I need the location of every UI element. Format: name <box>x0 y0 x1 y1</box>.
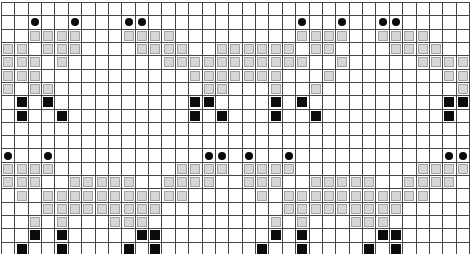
grid-cell <box>162 96 175 109</box>
grid-cell <box>82 176 95 189</box>
grid-cell <box>336 189 349 202</box>
grid-cell <box>350 16 363 29</box>
grid-cell <box>310 163 323 176</box>
gray-stitch <box>150 191 160 201</box>
gray-stitch <box>271 217 281 227</box>
grid-cell <box>203 43 216 56</box>
grid-cell <box>243 176 256 189</box>
grid-cell <box>42 3 55 16</box>
grid-cell <box>336 216 349 229</box>
grid-cell <box>390 43 403 56</box>
grid-cell <box>2 16 15 29</box>
grid-cell <box>109 16 122 29</box>
grid-cell <box>122 70 135 83</box>
grid-cell <box>229 30 242 43</box>
grid-cell <box>443 123 456 136</box>
grid-cell <box>189 3 202 16</box>
grid-cell <box>403 56 416 69</box>
black-stitch <box>190 111 200 121</box>
grid-cell <box>203 203 216 216</box>
grid-cell <box>417 43 430 56</box>
grid-cell <box>189 149 202 162</box>
grid-cell <box>243 30 256 43</box>
gray-stitch <box>97 191 107 201</box>
grid-cell <box>296 70 309 83</box>
gray-stitch <box>324 71 334 81</box>
grid-cell <box>256 163 269 176</box>
gray-stitch <box>458 164 468 174</box>
grid-cell <box>350 96 363 109</box>
gray-stitch <box>177 177 187 187</box>
grid-cell <box>430 70 443 83</box>
grid-cell <box>243 216 256 229</box>
grid-cell <box>82 189 95 202</box>
grid-cell <box>15 110 28 123</box>
grid-cell <box>203 30 216 43</box>
grid-cell <box>2 56 15 69</box>
grid-cell <box>69 70 82 83</box>
grid-cell <box>376 56 389 69</box>
grid-cell <box>376 96 389 109</box>
grid-cell <box>310 16 323 29</box>
gray-stitch <box>30 57 40 67</box>
grid-cell <box>176 70 189 83</box>
gray-stitch <box>257 177 267 187</box>
gray-stitch <box>391 31 401 41</box>
grid-cell <box>283 163 296 176</box>
grid-cell <box>29 176 42 189</box>
grid-cell <box>109 229 122 242</box>
grid-cell <box>176 163 189 176</box>
gray-stitch <box>83 191 93 201</box>
gray-stitch <box>190 57 200 67</box>
grid-cell <box>216 163 229 176</box>
grid-cell <box>82 216 95 229</box>
gray-stitch <box>271 57 281 67</box>
grid-cell <box>176 96 189 109</box>
gray-stitch <box>137 217 147 227</box>
grid-cell <box>269 96 282 109</box>
grid-cell <box>122 229 135 242</box>
grid-cell <box>15 30 28 43</box>
grid-cell <box>363 70 376 83</box>
grid-cell <box>390 83 403 96</box>
grid-cell <box>296 123 309 136</box>
grid-cell <box>417 229 430 242</box>
grid-cell <box>457 30 470 43</box>
grid-cell <box>2 163 15 176</box>
grid-cell <box>256 30 269 43</box>
grid-cell <box>229 136 242 149</box>
grid-cell <box>283 110 296 123</box>
grid-cell <box>149 123 162 136</box>
grid-cell <box>457 123 470 136</box>
grid-cell <box>323 216 336 229</box>
grid-cell <box>457 56 470 69</box>
grid-cell <box>403 149 416 162</box>
grid-cell <box>336 96 349 109</box>
grid-cell <box>269 70 282 83</box>
gray-stitch <box>351 204 361 214</box>
gray-stitch <box>110 191 120 201</box>
grid-cell <box>363 216 376 229</box>
grid-cell <box>350 110 363 123</box>
dot-mark <box>44 152 52 160</box>
dot-mark <box>459 152 467 160</box>
grid-cell <box>42 189 55 202</box>
grid-cell <box>296 203 309 216</box>
grid-cell <box>216 96 229 109</box>
grid-cell <box>256 70 269 83</box>
grid-cell <box>376 70 389 83</box>
grid-cell <box>2 216 15 229</box>
grid-cell <box>390 189 403 202</box>
grid-cell <box>417 243 430 254</box>
grid-cell <box>136 30 149 43</box>
grid-cell <box>376 110 389 123</box>
grid-cell <box>310 203 323 216</box>
gray-stitch <box>431 44 441 54</box>
grid-cell <box>136 163 149 176</box>
gray-stitch <box>70 177 80 187</box>
gray-stitch <box>17 164 27 174</box>
gray-stitch <box>17 71 27 81</box>
grid-cell <box>443 149 456 162</box>
grid-cell <box>390 123 403 136</box>
grid-cell <box>296 229 309 242</box>
grid-cell <box>256 3 269 16</box>
grid-cell <box>82 96 95 109</box>
gray-stitch <box>150 31 160 41</box>
grid-cell <box>176 149 189 162</box>
grid-cell <box>82 110 95 123</box>
grid-cell <box>269 3 282 16</box>
black-stitch <box>297 97 307 107</box>
grid-cell <box>136 243 149 254</box>
grid-cell <box>323 176 336 189</box>
gray-stitch <box>217 84 227 94</box>
grid-cell <box>149 176 162 189</box>
gray-stitch <box>164 31 174 41</box>
grid-cell <box>243 149 256 162</box>
grid-cell <box>323 136 336 149</box>
black-stitch <box>378 230 388 240</box>
grid-cell <box>15 3 28 16</box>
grid-cell <box>376 243 389 254</box>
gray-stitch <box>97 177 107 187</box>
grid-cell <box>229 203 242 216</box>
grid-cell <box>149 189 162 202</box>
gray-stitch <box>257 44 267 54</box>
grid-cell <box>430 110 443 123</box>
gray-stitch <box>204 71 214 81</box>
grid-cell <box>29 70 42 83</box>
gray-stitch <box>324 31 334 41</box>
grid-cell <box>430 123 443 136</box>
gray-stitch <box>217 57 227 67</box>
grid-cell <box>136 3 149 16</box>
gray-stitch <box>271 164 281 174</box>
grid-cell <box>269 16 282 29</box>
grid-cell <box>376 176 389 189</box>
black-stitch <box>458 97 468 107</box>
grid-cell <box>350 229 363 242</box>
dot-mark <box>205 152 213 160</box>
grid-cell <box>363 123 376 136</box>
grid-cell <box>149 110 162 123</box>
gray-stitch <box>70 31 80 41</box>
grid-cell <box>310 123 323 136</box>
grid-cell <box>310 189 323 202</box>
gray-stitch <box>30 217 40 227</box>
grid-cell <box>403 16 416 29</box>
grid-cell <box>443 176 456 189</box>
grid-cell <box>390 203 403 216</box>
grid-cell <box>55 136 68 149</box>
grid-cell <box>2 176 15 189</box>
grid-cell <box>69 110 82 123</box>
grid-cell <box>15 43 28 56</box>
grid-cell <box>42 83 55 96</box>
grid-cell <box>189 123 202 136</box>
grid-cell <box>243 96 256 109</box>
grid-cell <box>229 216 242 229</box>
grid-cell <box>310 70 323 83</box>
grid-cell <box>430 189 443 202</box>
grid-cell <box>229 149 242 162</box>
grid-cell <box>310 110 323 123</box>
grid-cell <box>296 96 309 109</box>
grid-cell <box>82 56 95 69</box>
gray-stitch <box>244 44 254 54</box>
grid-cell <box>269 43 282 56</box>
grid-cell <box>69 229 82 242</box>
grid-cell <box>310 176 323 189</box>
gray-stitch <box>30 31 40 41</box>
grid-cell <box>403 110 416 123</box>
grid-cell <box>15 176 28 189</box>
black-stitch <box>204 97 214 107</box>
grid-cell <box>203 229 216 242</box>
grid-cell <box>162 70 175 83</box>
grid-cell <box>269 163 282 176</box>
grid-cell <box>96 123 109 136</box>
grid-cell <box>443 3 456 16</box>
gray-stitch <box>217 44 227 54</box>
grid-cell <box>363 189 376 202</box>
grid-cell <box>296 56 309 69</box>
dot-mark <box>138 18 146 26</box>
gray-stitch <box>418 44 428 54</box>
grid-cell <box>430 96 443 109</box>
grid-cell <box>42 136 55 149</box>
grid-cell <box>176 43 189 56</box>
grid-cell <box>269 136 282 149</box>
grid-cell <box>29 203 42 216</box>
grid-cell <box>403 163 416 176</box>
grid-cell <box>109 149 122 162</box>
grid-cell <box>390 149 403 162</box>
grid-cell <box>363 203 376 216</box>
grid-cell <box>82 136 95 149</box>
grid-cell <box>136 149 149 162</box>
grid-cell <box>296 30 309 43</box>
grid-cell <box>15 70 28 83</box>
grid-cell <box>122 16 135 29</box>
gray-stitch <box>257 57 267 67</box>
grid-cell <box>96 110 109 123</box>
grid-cell <box>443 216 456 229</box>
grid-cell <box>363 30 376 43</box>
gray-stitch <box>297 31 307 41</box>
grid-cell <box>363 176 376 189</box>
gray-stitch <box>418 191 428 201</box>
grid-cell <box>55 229 68 242</box>
grid-cell <box>390 70 403 83</box>
grid-cell <box>176 176 189 189</box>
gray-stitch <box>137 44 147 54</box>
grid-cell <box>42 163 55 176</box>
grid-cell <box>203 16 216 29</box>
grid-cell <box>243 163 256 176</box>
black-stitch <box>57 230 67 240</box>
grid-cell <box>457 110 470 123</box>
grid-cell <box>350 56 363 69</box>
grid-cell <box>122 3 135 16</box>
black-stitch <box>271 111 281 121</box>
gray-stitch <box>444 57 454 67</box>
grid-cell <box>109 136 122 149</box>
gray-stitch <box>404 177 414 187</box>
black-stitch <box>137 230 147 240</box>
grid-cell <box>15 229 28 242</box>
dot-mark <box>445 152 453 160</box>
dot-mark <box>125 18 133 26</box>
grid-cell <box>216 176 229 189</box>
gray-stitch <box>164 57 174 67</box>
grid-cell <box>417 136 430 149</box>
grid-cell <box>42 243 55 254</box>
grid-cell <box>55 189 68 202</box>
gray-stitch <box>70 44 80 54</box>
grid-cell <box>29 96 42 109</box>
grid-cell <box>15 243 28 254</box>
grid-cell <box>203 189 216 202</box>
gray-stitch <box>404 44 414 54</box>
grid-cell <box>109 96 122 109</box>
grid-cell <box>2 243 15 254</box>
gray-stitch <box>244 164 254 174</box>
grid-cell <box>403 189 416 202</box>
grid-cell <box>336 110 349 123</box>
grid-cell <box>15 136 28 149</box>
grid-cell <box>109 176 122 189</box>
gray-stitch <box>458 71 468 81</box>
grid-cell <box>390 243 403 254</box>
grid-cell <box>229 3 242 16</box>
gray-stitch <box>3 177 13 187</box>
gray-stitch <box>57 191 67 201</box>
black-stitch <box>190 97 200 107</box>
grid-cell <box>269 189 282 202</box>
grid-cell <box>296 176 309 189</box>
gray-stitch <box>431 177 441 187</box>
grid-cell <box>336 3 349 16</box>
grid-cell <box>122 123 135 136</box>
gray-stitch <box>124 191 134 201</box>
grid-cell <box>203 163 216 176</box>
black-stitch <box>124 244 134 254</box>
grid-cell <box>336 149 349 162</box>
gray-stitch <box>177 191 187 201</box>
grid-cell <box>229 43 242 56</box>
gray-stitch <box>43 84 53 94</box>
grid-cell <box>457 43 470 56</box>
gray-stitch <box>150 44 160 54</box>
gray-stitch <box>190 177 200 187</box>
grid-cell <box>323 149 336 162</box>
grid-cell <box>350 3 363 16</box>
grid-cell <box>2 189 15 202</box>
grid-cell <box>376 136 389 149</box>
grid-cell <box>82 123 95 136</box>
grid-cell <box>376 163 389 176</box>
gray-stitch <box>70 191 80 201</box>
grid-cell <box>310 96 323 109</box>
grid-cell <box>269 110 282 123</box>
grid-cell <box>283 149 296 162</box>
grid-cell <box>203 176 216 189</box>
grid-cell <box>69 203 82 216</box>
gray-stitch <box>17 44 27 54</box>
gray-stitch <box>17 177 27 187</box>
gray-stitch <box>311 177 321 187</box>
gray-stitch <box>391 191 401 201</box>
grid-cell <box>457 3 470 16</box>
grid-cell <box>15 216 28 229</box>
grid-cell <box>189 229 202 242</box>
grid-cell <box>269 123 282 136</box>
grid-cell <box>283 123 296 136</box>
black-stitch <box>150 230 160 240</box>
grid-cell <box>2 110 15 123</box>
grid-cell <box>55 3 68 16</box>
grid-cell <box>390 176 403 189</box>
grid-cell <box>363 16 376 29</box>
grid-cell <box>256 56 269 69</box>
grid-cell <box>2 136 15 149</box>
grid-cell <box>216 216 229 229</box>
gray-stitch <box>244 57 254 67</box>
grid-cell <box>256 110 269 123</box>
grid-cell <box>323 229 336 242</box>
grid-cell <box>283 216 296 229</box>
gray-stitch <box>230 71 240 81</box>
grid-cell <box>162 136 175 149</box>
gray-stitch <box>83 177 93 187</box>
grid-cell <box>403 243 416 254</box>
grid-cell <box>283 96 296 109</box>
gray-stitch <box>257 164 267 174</box>
grid-cell <box>216 3 229 16</box>
grid-cell <box>376 189 389 202</box>
grid-cell <box>243 70 256 83</box>
gray-stitch <box>230 44 240 54</box>
grid-cell <box>443 136 456 149</box>
gray-stitch <box>444 71 454 81</box>
grid-cell <box>189 70 202 83</box>
gray-stitch <box>324 191 334 201</box>
